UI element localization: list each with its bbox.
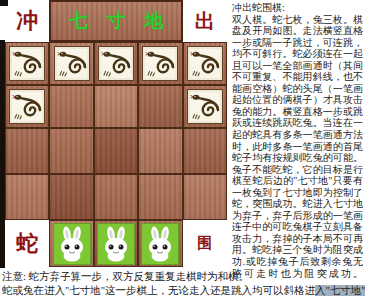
note-line-2-selected-text: 入"七寸地".	[315, 285, 365, 296]
rules-line: 起始位置的俩棋子）才具攻击	[232, 94, 363, 106]
snake-icon	[57, 49, 87, 78]
rules-line: 一枚兔到了七寸地即为控制了	[232, 187, 363, 199]
page: 冲七寸地出蛇围 冲出蛇围棋:双人棋。蛇七枚，兔三枚。棋盘及开局如图。走法横竖直格…	[0, 0, 365, 300]
board-cell-r3c0[interactable]	[5, 128, 49, 174]
board-cell-r2c0[interactable]	[5, 85, 49, 128]
corner-label-出: 出	[195, 11, 215, 31]
rules-line: 兔子不能吃蛇，它的目标是行	[232, 164, 363, 176]
goal-zone-qicundi[interactable]: 七寸地	[49, 0, 182, 42]
snake-piece[interactable]	[54, 46, 90, 81]
rabbit-icon	[100, 226, 132, 262]
rabbit-piece[interactable]	[53, 223, 91, 265]
rules-line: 为弃子，弃子后形成的一笔画	[232, 210, 363, 222]
snake-piece[interactable]	[98, 46, 134, 81]
rules-line: 起的蛇具有多条一笔画通方法	[232, 129, 363, 141]
board-cell-r1c0[interactable]	[5, 42, 49, 85]
rules-panel: 冲出蛇围棋:双人棋。蛇七枚，兔三枚。棋盘及开局如图。走法横竖直格一步或隔一子跳过…	[232, 2, 363, 279]
corner-label-围: 围	[197, 236, 212, 251]
corner-label-冲: 冲	[16, 10, 38, 32]
board-cell-r4c4[interactable]	[183, 174, 227, 220]
board-cell-r1c4[interactable]	[183, 42, 227, 85]
board-cell-r2c3[interactable]	[138, 85, 182, 128]
board-cell-r4c3[interactable]	[138, 174, 182, 220]
screenshot-corner-artifact	[0, 0, 8, 6]
board-cell-r4c1[interactable]	[49, 174, 93, 220]
corner-notch: 出	[183, 0, 227, 42]
rabbit-icon	[56, 226, 88, 262]
rules-line: 蛇子均有按规则吃兔的可能。	[232, 152, 363, 164]
rules-line: 跃或连续跳跃吃兔。当连在一	[232, 117, 363, 129]
snake-piece[interactable]	[9, 46, 45, 81]
board-cell-r5c3[interactable]	[138, 220, 182, 267]
goal-zone-label-char: 七	[69, 8, 88, 34]
snake-icon	[190, 49, 220, 78]
board-cell-r2c2[interactable]	[94, 85, 138, 128]
board-cell-r3c1[interactable]	[49, 128, 93, 174]
note-line-2-text: 蛇或兔在进入"七寸地"这一步棋上，无论走入还是跳入均可以斜格进	[2, 285, 315, 296]
rules-line: 连子中的可吃兔棋子立刻具备	[232, 221, 363, 233]
snake-piece[interactable]	[187, 89, 223, 124]
rules-line: 且可以一笔全部画通时（其间	[232, 60, 363, 72]
goal-zone-label-char: 地	[144, 8, 163, 34]
board-cell-r1c3[interactable]	[138, 42, 182, 85]
snake-piece[interactable]	[142, 46, 178, 81]
rules-line: 路可走时也为阻突成功。	[232, 268, 363, 280]
board-cell-r2c4[interactable]	[183, 85, 227, 128]
snake-icon	[101, 49, 131, 78]
rules-line: 双人棋。蛇七枚，兔三枚。棋	[232, 14, 363, 26]
rules-line: 能画空格）蛇的头尾（一笔画	[232, 83, 363, 95]
rules-line: 蛇，突围成功。蛇进入七寸地	[232, 198, 363, 210]
rules-line: 一步或隔一子跳过，可连跳，	[232, 37, 363, 49]
rules-title: 冲出蛇围棋:	[232, 2, 363, 14]
screenshot-edge-artifact	[0, 40, 5, 45]
corner-notch: 蛇	[5, 220, 49, 267]
goal-zone-label-char: 寸	[106, 8, 125, 34]
snake-icon	[190, 92, 220, 121]
snake-icon	[145, 49, 175, 78]
corner-label-蛇: 蛇	[16, 233, 38, 255]
corner-notch: 围	[183, 220, 227, 267]
rules-line: 用。蛇吃掉三个兔时为阻突成	[232, 244, 363, 256]
snake-piece[interactable]	[187, 46, 223, 81]
board-cell-r1c2[interactable]	[94, 42, 138, 85]
rabbit-piece[interactable]	[97, 223, 135, 265]
board-cell-r3c4[interactable]	[183, 128, 227, 174]
board-cell-r5c2[interactable]	[94, 220, 138, 267]
snake-icon	[12, 92, 42, 121]
note-line-2: 蛇或兔在进入"七寸地"这一步棋上，无论走入还是跳入均可以斜格进入"七寸地".	[2, 284, 364, 297]
snake-icon	[12, 49, 42, 78]
rules-line: 兔的能力。横竖直格一步或跳	[232, 106, 363, 118]
board-cell-r2c1[interactable]	[49, 85, 93, 128]
board-cell-r1c1[interactable]	[49, 42, 93, 85]
rules-line: 棋至蛇后边的"七寸地"只要有	[232, 175, 363, 187]
rules-line: 攻击力，弃掉的子本局不可再	[232, 233, 363, 245]
rules-line: 均不可斜行。蛇必须连在一起	[232, 48, 363, 60]
board-cell-r3c3[interactable]	[138, 128, 182, 174]
rabbit-piece[interactable]	[141, 223, 179, 265]
board-cell-r4c2[interactable]	[94, 174, 138, 220]
rabbit-icon	[144, 226, 176, 262]
corner-notch: 冲	[5, 0, 49, 42]
board-cell-r3c2[interactable]	[94, 128, 138, 174]
rules-line: 时，此时多条一笔画通的首尾	[232, 141, 363, 153]
note-line-1: 注意: 蛇方弃子算一步，双方反复重复走棋时为和棋。	[2, 270, 246, 283]
snake-piece[interactable]	[9, 89, 45, 124]
rules-line: 不可重复、不能用斜线，也不	[232, 71, 363, 83]
rules-line: 盘及开局如图。走法横竖直格	[232, 25, 363, 37]
board-cell-r5c1[interactable]	[49, 220, 93, 267]
game-board: 冲七寸地出蛇围	[5, 0, 227, 267]
board-left-shadow	[0, 42, 5, 268]
rules-line: 功.或吃掉兔子后致剩余兔无	[232, 256, 363, 268]
board-cell-r4c0[interactable]	[5, 174, 49, 220]
